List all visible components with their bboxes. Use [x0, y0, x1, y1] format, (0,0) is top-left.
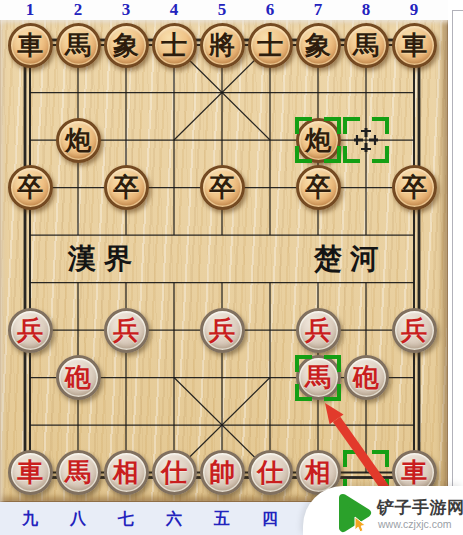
- river-label-chuhe: 楚河: [314, 243, 386, 275]
- side-panel-edge: [448, 0, 463, 535]
- piece-red-horse[interactable]: 馬: [56, 450, 101, 495]
- file-label-top-8: 8: [342, 0, 390, 20]
- piece-red-chariot[interactable]: 車: [8, 450, 53, 495]
- piece-black-elephant[interactable]: 象: [296, 23, 341, 68]
- file-label-top-2: 2: [54, 0, 102, 20]
- piece-red-cannon[interactable]: 砲: [344, 355, 389, 400]
- watermark-logo-icon: [343, 498, 367, 532]
- file-label-bottom-2: 八: [54, 506, 102, 532]
- piece-black-soldier[interactable]: 卒: [296, 165, 341, 210]
- last-move-highlight: [295, 117, 341, 163]
- xiangqi-app-window: 漢界 楚河 123456789九八七六五四三二一 車馬象士將士象馬車炮炮卒卒卒卒…: [0, 0, 463, 535]
- watermark-site-name: 铲子手游网: [377, 496, 463, 519]
- piece-red-elephant[interactable]: 相: [104, 450, 149, 495]
- piece-black-soldier[interactable]: 卒: [392, 165, 437, 210]
- piece-black-soldier[interactable]: 卒: [200, 165, 245, 210]
- piece-black-horse[interactable]: 馬: [56, 23, 101, 68]
- file-label-bottom-5: 五: [198, 506, 246, 532]
- file-label-top-5: 5: [198, 0, 246, 20]
- last-move-highlight: [295, 355, 341, 401]
- last-move-highlight: [343, 117, 389, 163]
- piece-red-advisor[interactable]: 仕: [248, 450, 293, 495]
- piece-black-cannon[interactable]: 炮: [56, 118, 101, 163]
- piece-black-chariot[interactable]: 車: [392, 23, 437, 68]
- file-label-bottom-6: 四: [246, 506, 294, 532]
- piece-red-cannon[interactable]: 砲: [56, 355, 101, 400]
- piece-red-soldier[interactable]: 兵: [296, 308, 341, 353]
- file-label-bottom-3: 七: [102, 506, 150, 532]
- watermark-panel: 铲子手游网 www.czjxjc.com: [303, 486, 463, 535]
- file-label-top-1: 1: [6, 0, 54, 20]
- piece-black-elephant[interactable]: 象: [104, 23, 149, 68]
- file-label-top-3: 3: [102, 0, 150, 20]
- piece-black-soldier[interactable]: 卒: [104, 165, 149, 210]
- file-label-top-9: 9: [390, 0, 438, 20]
- file-label-top-6: 6: [246, 0, 294, 20]
- piece-black-horse[interactable]: 馬: [344, 23, 389, 68]
- file-label-top-7: 7: [294, 0, 342, 20]
- piece-red-advisor[interactable]: 仕: [152, 450, 197, 495]
- piece-black-advisor[interactable]: 士: [152, 23, 197, 68]
- file-label-bottom-1: 九: [6, 506, 54, 532]
- piece-black-advisor[interactable]: 士: [248, 23, 293, 68]
- piece-red-soldier[interactable]: 兵: [104, 308, 149, 353]
- piece-black-chariot[interactable]: 車: [8, 23, 53, 68]
- piece-black-general[interactable]: 將: [200, 23, 245, 68]
- river-label-hanjie: 漢界: [68, 243, 140, 275]
- file-label-top-4: 4: [150, 0, 198, 20]
- piece-red-soldier[interactable]: 兵: [392, 308, 437, 353]
- piece-red-general[interactable]: 帥: [200, 450, 245, 495]
- piece-red-soldier[interactable]: 兵: [8, 308, 53, 353]
- watermark-url: www.czjxjc.com: [378, 518, 452, 530]
- side-panel-border: [452, 10, 453, 535]
- file-label-bottom-4: 六: [150, 506, 198, 532]
- piece-red-soldier[interactable]: 兵: [200, 308, 245, 353]
- side-panel-border-top: [452, 10, 463, 11]
- piece-black-soldier[interactable]: 卒: [8, 165, 53, 210]
